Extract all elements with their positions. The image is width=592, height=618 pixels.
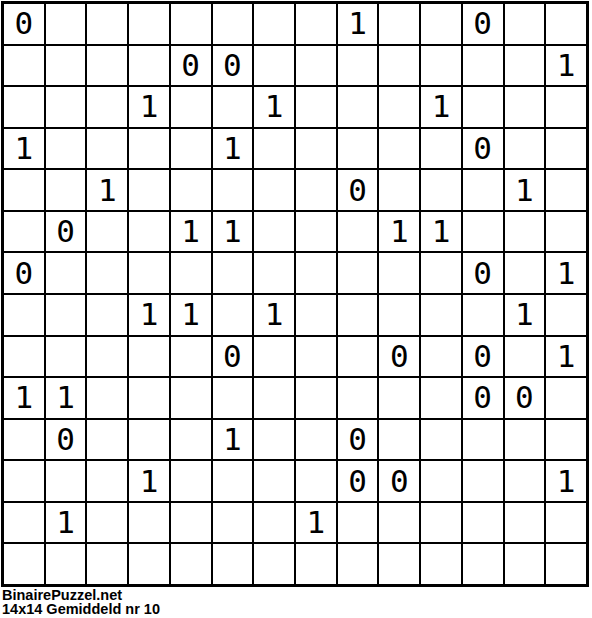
cell-r10c1: 0	[46, 420, 86, 460]
cell-r12c0[interactable]	[4, 503, 44, 543]
cell-r2c12[interactable]	[505, 87, 545, 127]
cell-r7c4: 1	[171, 295, 211, 335]
cell-r4c0[interactable]	[4, 170, 44, 210]
cell-r7c9[interactable]	[379, 295, 419, 335]
cell-r11c5[interactable]	[213, 461, 253, 501]
puzzle-page: 0100011111101010111100111110001110001010…	[0, 0, 592, 618]
cell-r1c6[interactable]	[254, 46, 294, 86]
cell-r12c12[interactable]	[505, 503, 545, 543]
cell-r13c7[interactable]	[296, 544, 336, 584]
cell-r10c6[interactable]	[254, 420, 294, 460]
cell-r7c8[interactable]	[338, 295, 378, 335]
cell-r1c9[interactable]	[379, 46, 419, 86]
cell-r1c3[interactable]	[129, 46, 169, 86]
cell-r6c1[interactable]	[46, 253, 86, 293]
cell-r9c10[interactable]	[421, 378, 461, 418]
cell-r1c12[interactable]	[505, 46, 545, 86]
cell-r2c4[interactable]	[171, 87, 211, 127]
cell-r3c12[interactable]	[505, 129, 545, 169]
cell-r2c11[interactable]	[463, 87, 503, 127]
cell-r4c4[interactable]	[171, 170, 211, 210]
cell-r5c0[interactable]	[4, 212, 44, 252]
binary-puzzle-board: 0100011111101010111100111110001110001010…	[1, 1, 589, 587]
cell-r7c10[interactable]	[421, 295, 461, 335]
cell-r4c7[interactable]	[296, 170, 336, 210]
cell-r0c7[interactable]	[296, 4, 336, 44]
cell-r6c9[interactable]	[379, 253, 419, 293]
cell-r6c8[interactable]	[338, 253, 378, 293]
cell-r1c7[interactable]	[296, 46, 336, 86]
cell-r8c6[interactable]	[254, 337, 294, 377]
cell-r5c6[interactable]	[254, 212, 294, 252]
cell-r2c5[interactable]	[213, 87, 253, 127]
cell-r12c11[interactable]	[463, 503, 503, 543]
cell-r6c0: 0	[4, 253, 44, 293]
cell-r0c13[interactable]	[546, 4, 586, 44]
cell-r4c8: 0	[338, 170, 378, 210]
cell-r8c12[interactable]	[505, 337, 545, 377]
cell-r8c7[interactable]	[296, 337, 336, 377]
cell-r3c9[interactable]	[379, 129, 419, 169]
cell-r8c0[interactable]	[4, 337, 44, 377]
cell-r8c4[interactable]	[171, 337, 211, 377]
cell-r9c0: 1	[4, 378, 44, 418]
cell-r2c13[interactable]	[546, 87, 586, 127]
cell-r11c2[interactable]	[87, 461, 127, 501]
cell-r4c13[interactable]	[546, 170, 586, 210]
cell-r5c12[interactable]	[505, 212, 545, 252]
cell-r3c0: 1	[4, 129, 44, 169]
cell-r11c1[interactable]	[46, 461, 86, 501]
cell-r10c4[interactable]	[171, 420, 211, 460]
cell-r4c11[interactable]	[463, 170, 503, 210]
cell-r9c3[interactable]	[129, 378, 169, 418]
cell-r9c11: 0	[463, 378, 503, 418]
cell-r1c13: 1	[546, 46, 586, 86]
cell-r13c3[interactable]	[129, 544, 169, 584]
cell-r12c1: 1	[46, 503, 86, 543]
cell-r5c7[interactable]	[296, 212, 336, 252]
cell-r3c2[interactable]	[87, 129, 127, 169]
cell-r8c5: 0	[213, 337, 253, 377]
cell-r1c11[interactable]	[463, 46, 503, 86]
cell-r8c9: 0	[379, 337, 419, 377]
cell-r13c5[interactable]	[213, 544, 253, 584]
cell-r5c3[interactable]	[129, 212, 169, 252]
cell-r9c13[interactable]	[546, 378, 586, 418]
cell-r8c8[interactable]	[338, 337, 378, 377]
cell-r6c12[interactable]	[505, 253, 545, 293]
cell-r12c3[interactable]	[129, 503, 169, 543]
cell-r12c2[interactable]	[87, 503, 127, 543]
cell-r11c4[interactable]	[171, 461, 211, 501]
puzzle-title: 14x14 Gemiddeld nr 10	[2, 602, 160, 616]
cell-r10c0[interactable]	[4, 420, 44, 460]
cell-r1c0[interactable]	[4, 46, 44, 86]
cell-r0c4[interactable]	[171, 4, 211, 44]
cell-r13c8[interactable]	[338, 544, 378, 584]
cell-r3c1[interactable]	[46, 129, 86, 169]
cell-r12c7: 1	[296, 503, 336, 543]
cell-r2c2[interactable]	[87, 87, 127, 127]
cell-r6c10[interactable]	[421, 253, 461, 293]
cell-r3c8[interactable]	[338, 129, 378, 169]
cell-r5c4: 1	[171, 212, 211, 252]
cell-r3c6[interactable]	[254, 129, 294, 169]
cell-r8c2[interactable]	[87, 337, 127, 377]
cell-r3c3[interactable]	[129, 129, 169, 169]
cell-r3c10[interactable]	[421, 129, 461, 169]
cell-r1c4: 0	[171, 46, 211, 86]
cell-r9c6[interactable]	[254, 378, 294, 418]
cell-r11c13: 1	[546, 461, 586, 501]
cell-r12c10[interactable]	[421, 503, 461, 543]
cell-r11c8: 0	[338, 461, 378, 501]
cell-r13c10[interactable]	[421, 544, 461, 584]
cell-r10c11[interactable]	[463, 420, 503, 460]
cell-r5c5: 1	[213, 212, 253, 252]
cell-r10c5: 1	[213, 420, 253, 460]
cell-r7c3: 1	[129, 295, 169, 335]
cell-r4c6[interactable]	[254, 170, 294, 210]
cell-r1c10[interactable]	[421, 46, 461, 86]
cell-r11c12[interactable]	[505, 461, 545, 501]
cell-r3c5: 1	[213, 129, 253, 169]
cell-r13c1[interactable]	[46, 544, 86, 584]
cell-r12c13[interactable]	[546, 503, 586, 543]
cell-r6c13: 1	[546, 253, 586, 293]
cell-r5c8[interactable]	[338, 212, 378, 252]
cell-r2c10: 1	[421, 87, 461, 127]
cell-r10c9[interactable]	[379, 420, 419, 460]
cell-r9c12: 0	[505, 378, 545, 418]
cell-r8c1[interactable]	[46, 337, 86, 377]
cell-r0c6[interactable]	[254, 4, 294, 44]
cell-r12c8[interactable]	[338, 503, 378, 543]
cell-r2c1[interactable]	[46, 87, 86, 127]
cell-r11c3: 1	[129, 461, 169, 501]
footer: BinairePuzzel.net 14x14 Gemiddeld nr 10	[2, 588, 160, 616]
cell-r0c10[interactable]	[421, 4, 461, 44]
cell-r9c4[interactable]	[171, 378, 211, 418]
cell-r7c1[interactable]	[46, 295, 86, 335]
site-name: BinairePuzzel.net	[2, 588, 160, 602]
cell-r10c7[interactable]	[296, 420, 336, 460]
cell-r0c9[interactable]	[379, 4, 419, 44]
cell-r13c12[interactable]	[505, 544, 545, 584]
cell-r10c10[interactable]	[421, 420, 461, 460]
cell-r3c7[interactable]	[296, 129, 336, 169]
cell-r4c5[interactable]	[213, 170, 253, 210]
cell-r2c0[interactable]	[4, 87, 44, 127]
cell-r8c11: 0	[463, 337, 503, 377]
cell-r7c6: 1	[254, 295, 294, 335]
cell-r13c6[interactable]	[254, 544, 294, 584]
cell-r13c9[interactable]	[379, 544, 419, 584]
cell-r3c4[interactable]	[171, 129, 211, 169]
cell-r9c1: 1	[46, 378, 86, 418]
cell-r10c12[interactable]	[505, 420, 545, 460]
cell-r2c6: 1	[254, 87, 294, 127]
cell-r2c8[interactable]	[338, 87, 378, 127]
cell-r12c4[interactable]	[171, 503, 211, 543]
cell-r7c11[interactable]	[463, 295, 503, 335]
cell-r8c13: 1	[546, 337, 586, 377]
cell-r1c5: 0	[213, 46, 253, 86]
cell-r9c9[interactable]	[379, 378, 419, 418]
cell-r4c12: 1	[505, 170, 545, 210]
cell-r0c11: 0	[463, 4, 503, 44]
cell-r4c10[interactable]	[421, 170, 461, 210]
cell-r13c11[interactable]	[463, 544, 503, 584]
cell-r9c5[interactable]	[213, 378, 253, 418]
cell-r11c10[interactable]	[421, 461, 461, 501]
cell-r12c6[interactable]	[254, 503, 294, 543]
cell-r6c7[interactable]	[296, 253, 336, 293]
cell-r11c9: 0	[379, 461, 419, 501]
cell-r5c10: 1	[421, 212, 461, 252]
cell-r0c5[interactable]	[213, 4, 253, 44]
cell-r3c13[interactable]	[546, 129, 586, 169]
cell-r13c2[interactable]	[87, 544, 127, 584]
cell-r10c3[interactable]	[129, 420, 169, 460]
cell-r0c2[interactable]	[87, 4, 127, 44]
cell-r0c3[interactable]	[129, 4, 169, 44]
cell-r6c11: 0	[463, 253, 503, 293]
cell-r5c2[interactable]	[87, 212, 127, 252]
cell-r12c9[interactable]	[379, 503, 419, 543]
cell-r6c3[interactable]	[129, 253, 169, 293]
cell-r9c2[interactable]	[87, 378, 127, 418]
cell-r7c0[interactable]	[4, 295, 44, 335]
cell-r2c3: 1	[129, 87, 169, 127]
cell-r6c6[interactable]	[254, 253, 294, 293]
cell-r0c0: 0	[4, 4, 44, 44]
cell-r5c11[interactable]	[463, 212, 503, 252]
cell-r1c1[interactable]	[46, 46, 86, 86]
cell-r4c3[interactable]	[129, 170, 169, 210]
cell-r5c13[interactable]	[546, 212, 586, 252]
cell-r7c12: 1	[505, 295, 545, 335]
cell-r11c7[interactable]	[296, 461, 336, 501]
cell-r11c0[interactable]	[4, 461, 44, 501]
cell-r2c7[interactable]	[296, 87, 336, 127]
cell-r7c5[interactable]	[213, 295, 253, 335]
cell-r4c2: 1	[87, 170, 127, 210]
cell-r13c0[interactable]	[4, 544, 44, 584]
cell-r7c7[interactable]	[296, 295, 336, 335]
cell-r4c9[interactable]	[379, 170, 419, 210]
cell-r10c8: 0	[338, 420, 378, 460]
cell-r6c2[interactable]	[87, 253, 127, 293]
cell-r0c1[interactable]	[46, 4, 86, 44]
cell-r7c13[interactable]	[546, 295, 586, 335]
cell-r5c1: 0	[46, 212, 86, 252]
cell-r4c1[interactable]	[46, 170, 86, 210]
cell-r0c8: 1	[338, 4, 378, 44]
cell-r6c5[interactable]	[213, 253, 253, 293]
cell-r7c2[interactable]	[87, 295, 127, 335]
cell-r8c3[interactable]	[129, 337, 169, 377]
cell-r11c11[interactable]	[463, 461, 503, 501]
cell-r13c13[interactable]	[546, 544, 586, 584]
cell-r8c10[interactable]	[421, 337, 461, 377]
cell-r1c8[interactable]	[338, 46, 378, 86]
cell-r10c2[interactable]	[87, 420, 127, 460]
cell-r12c5[interactable]	[213, 503, 253, 543]
cell-r3c11: 0	[463, 129, 503, 169]
cell-r13c4[interactable]	[171, 544, 211, 584]
cell-r0c12[interactable]	[505, 4, 545, 44]
cell-r6c4[interactable]	[171, 253, 211, 293]
cell-r1c2[interactable]	[87, 46, 127, 86]
cell-r9c8[interactable]	[338, 378, 378, 418]
cell-r2c9[interactable]	[379, 87, 419, 127]
cell-r11c6[interactable]	[254, 461, 294, 501]
cell-r10c13[interactable]	[546, 420, 586, 460]
cell-r5c9: 1	[379, 212, 419, 252]
cell-r9c7[interactable]	[296, 378, 336, 418]
